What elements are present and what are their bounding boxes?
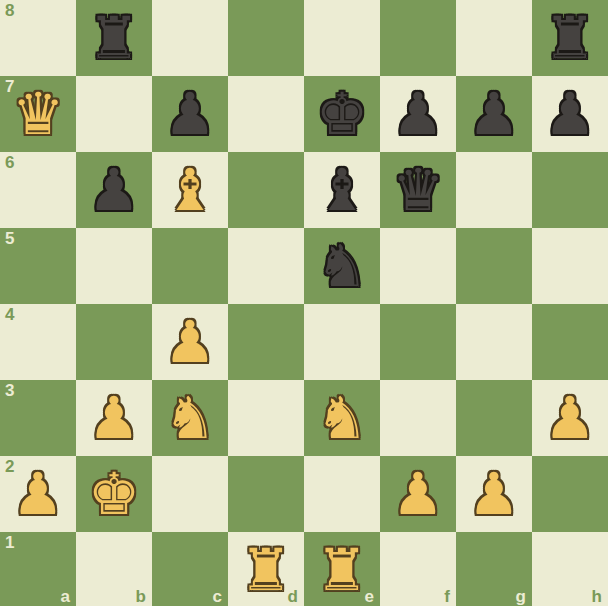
white-rook-e1[interactable]: ♜ [304, 532, 380, 606]
square-h2[interactable] [532, 456, 608, 532]
square-h6[interactable] [532, 152, 608, 228]
square-g2[interactable]: ♟ [456, 456, 532, 532]
square-f7[interactable]: ♟ [380, 76, 456, 152]
file-label-a: a [61, 588, 70, 605]
square-c3[interactable]: ♞ [152, 380, 228, 456]
black-rook-b8[interactable]: ♜ [76, 0, 152, 76]
rank-label-1: 1 [5, 534, 14, 551]
white-king-b2[interactable]: ♚ [76, 456, 152, 532]
black-knight-e5[interactable]: ♞ [304, 228, 380, 304]
square-d1[interactable]: d♜ [228, 532, 304, 606]
square-f2[interactable]: ♟ [380, 456, 456, 532]
square-b3[interactable]: ♟ [76, 380, 152, 456]
square-c4[interactable]: ♟ [152, 304, 228, 380]
square-a4[interactable]: 4 [0, 304, 76, 380]
square-e4[interactable] [304, 304, 380, 380]
square-e1[interactable]: e♜ [304, 532, 380, 606]
square-b5[interactable] [76, 228, 152, 304]
square-h5[interactable] [532, 228, 608, 304]
white-pawn-b3[interactable]: ♟ [76, 380, 152, 456]
white-knight-e3[interactable]: ♞ [304, 380, 380, 456]
file-label-f: f [444, 588, 450, 605]
square-c5[interactable] [152, 228, 228, 304]
square-c7[interactable]: ♟ [152, 76, 228, 152]
square-g3[interactable] [456, 380, 532, 456]
white-queen-a7[interactable]: ♛ [0, 76, 76, 152]
square-d6[interactable] [228, 152, 304, 228]
white-knight-c3[interactable]: ♞ [152, 380, 228, 456]
square-f4[interactable] [380, 304, 456, 380]
square-e8[interactable] [304, 0, 380, 76]
black-rook-h8[interactable]: ♜ [532, 0, 608, 76]
square-b8[interactable]: ♜ [76, 0, 152, 76]
square-g8[interactable] [456, 0, 532, 76]
rank-label-5: 5 [5, 230, 14, 247]
square-d7[interactable] [228, 76, 304, 152]
black-king-e7[interactable]: ♚ [304, 76, 380, 152]
rank-label-3: 3 [5, 382, 14, 399]
square-f5[interactable] [380, 228, 456, 304]
black-queen-f6[interactable]: ♛ [380, 152, 456, 228]
file-label-b: b [136, 588, 146, 605]
black-pawn-g7[interactable]: ♟ [456, 76, 532, 152]
square-e2[interactable] [304, 456, 380, 532]
square-b2[interactable]: ♚ [76, 456, 152, 532]
chess-board: 8♜♜7♛♟♚♟♟♟6♟♝♝♛5♞4♟3♟♞♞♟2♟♚♟♟1abcd♜e♜fgh [0, 0, 608, 606]
square-g5[interactable] [456, 228, 532, 304]
square-c2[interactable] [152, 456, 228, 532]
square-c6[interactable]: ♝ [152, 152, 228, 228]
square-b1[interactable]: b [76, 532, 152, 606]
square-a3[interactable]: 3 [0, 380, 76, 456]
file-label-h: h [592, 588, 602, 605]
rank-label-6: 6 [5, 154, 14, 171]
square-f8[interactable] [380, 0, 456, 76]
square-c8[interactable] [152, 0, 228, 76]
black-pawn-c7[interactable]: ♟ [152, 76, 228, 152]
square-a8[interactable]: 8 [0, 0, 76, 76]
square-g4[interactable] [456, 304, 532, 380]
square-a2[interactable]: 2♟ [0, 456, 76, 532]
square-g6[interactable] [456, 152, 532, 228]
square-d8[interactable] [228, 0, 304, 76]
rank-label-4: 4 [5, 306, 14, 323]
square-e5[interactable]: ♞ [304, 228, 380, 304]
square-a5[interactable]: 5 [0, 228, 76, 304]
square-e7[interactable]: ♚ [304, 76, 380, 152]
square-h3[interactable]: ♟ [532, 380, 608, 456]
square-b6[interactable]: ♟ [76, 152, 152, 228]
white-pawn-a2[interactable]: ♟ [0, 456, 76, 532]
square-b4[interactable] [76, 304, 152, 380]
white-pawn-h3[interactable]: ♟ [532, 380, 608, 456]
file-label-g: g [516, 588, 526, 605]
square-f6[interactable]: ♛ [380, 152, 456, 228]
square-g7[interactable]: ♟ [456, 76, 532, 152]
white-pawn-f2[interactable]: ♟ [380, 456, 456, 532]
black-bishop-e6[interactable]: ♝ [304, 152, 380, 228]
square-d2[interactable] [228, 456, 304, 532]
square-a1[interactable]: 1a [0, 532, 76, 606]
square-b7[interactable] [76, 76, 152, 152]
square-f1[interactable]: f [380, 532, 456, 606]
file-label-c: c [213, 588, 222, 605]
square-c1[interactable]: c [152, 532, 228, 606]
white-bishop-c6[interactable]: ♝ [152, 152, 228, 228]
square-a6[interactable]: 6 [0, 152, 76, 228]
white-pawn-g2[interactable]: ♟ [456, 456, 532, 532]
black-pawn-b6[interactable]: ♟ [76, 152, 152, 228]
square-g1[interactable]: g [456, 532, 532, 606]
square-a7[interactable]: 7♛ [0, 76, 76, 152]
square-f3[interactable] [380, 380, 456, 456]
square-h7[interactable]: ♟ [532, 76, 608, 152]
white-rook-d1[interactable]: ♜ [228, 532, 304, 606]
square-e6[interactable]: ♝ [304, 152, 380, 228]
black-pawn-f7[interactable]: ♟ [380, 76, 456, 152]
square-d3[interactable] [228, 380, 304, 456]
white-pawn-c4[interactable]: ♟ [152, 304, 228, 380]
square-h1[interactable]: h [532, 532, 608, 606]
square-h4[interactable] [532, 304, 608, 380]
rank-label-8: 8 [5, 2, 14, 19]
square-h8[interactable]: ♜ [532, 0, 608, 76]
square-d4[interactable] [228, 304, 304, 380]
black-pawn-h7[interactable]: ♟ [532, 76, 608, 152]
square-e3[interactable]: ♞ [304, 380, 380, 456]
square-d5[interactable] [228, 228, 304, 304]
